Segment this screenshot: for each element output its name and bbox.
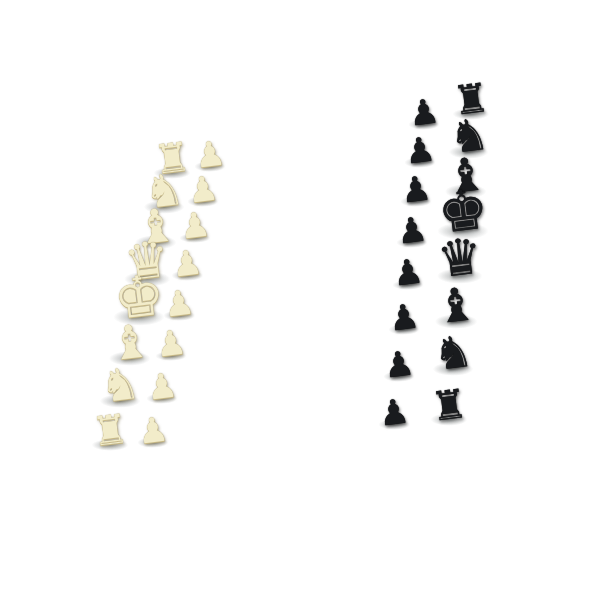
product-photo: 88hh77gg66ff55ee44dd33cc22bb11aa ♜♟♞♟♟♜♝…	[0, 0, 600, 600]
dust-speck	[266, 299, 269, 301]
square-b4[interactable]	[271, 356, 325, 406]
coordinate-cell: 2	[363, 449, 419, 470]
dust-speck	[305, 355, 307, 357]
coordinate-label: 3	[331, 456, 344, 464]
coordinate-label: 4	[281, 459, 293, 467]
coordinate-cell: 5	[212, 459, 263, 479]
black-pawn-b2[interactable]: ♟	[359, 347, 439, 381]
square-h5[interactable]	[267, 126, 314, 169]
black-pawn-glyph: ♟	[357, 342, 441, 385]
coordinate-cell: 3	[310, 453, 364, 474]
square-e4[interactable]	[291, 230, 342, 277]
square-c5[interactable]	[233, 318, 285, 366]
coordinate-cell: 4	[315, 103, 360, 124]
coordinate-label: 1	[440, 449, 453, 457]
coordinate-label: 2	[384, 453, 397, 461]
coordinate-cell: 7	[122, 465, 169, 484]
square-a5[interactable]	[217, 406, 271, 456]
coordinate-label: 4	[331, 112, 341, 119]
coordinate-label: 6	[185, 465, 197, 472]
coordinate-cell: 6	[166, 462, 215, 481]
white-knight-b8[interactable]: ♞	[80, 363, 160, 407]
square-c4[interactable]	[278, 312, 331, 361]
dust-speck	[346, 218, 348, 220]
coordinate-cell: 4	[260, 456, 312, 476]
square-b5[interactable]	[225, 361, 278, 410]
square-a4[interactable]	[264, 402, 320, 453]
square-f4[interactable]	[297, 191, 347, 237]
square-e5[interactable]	[247, 237, 297, 283]
coordinate-cell: 1	[417, 446, 475, 468]
coordinate-label: 7	[141, 468, 152, 475]
white-rook-a8[interactable]: ♜	[70, 410, 150, 450]
square-g5[interactable]	[261, 162, 309, 206]
coordinate-label: 8	[98, 470, 109, 477]
dust-speck	[223, 385, 225, 387]
coordinate-label: 5	[289, 121, 299, 128]
square-g4[interactable]	[303, 154, 352, 199]
square-f5[interactable]	[254, 199, 303, 244]
square-d4[interactable]	[285, 270, 337, 318]
square-h4[interactable]	[309, 118, 357, 162]
coordinate-cell: 8	[80, 467, 126, 485]
coordinate-label: 6	[249, 129, 259, 136]
coordinate-label: 5	[232, 462, 244, 470]
coordinate-cell: 5	[273, 112, 316, 132]
black-pawn-a2[interactable]: ♟	[354, 395, 434, 429]
square-d5[interactable]	[240, 277, 291, 324]
